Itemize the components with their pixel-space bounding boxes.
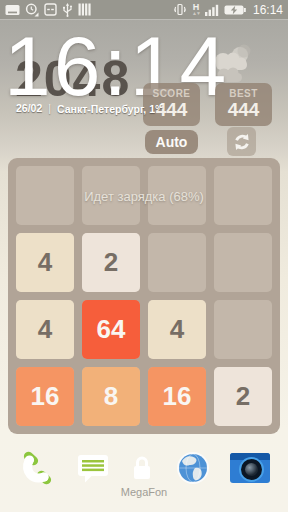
phone-icon[interactable] <box>18 449 56 487</box>
sync-icon <box>233 133 251 151</box>
battery-charging-icon <box>224 5 246 15</box>
board-cell: 8 <box>82 367 140 426</box>
divider: | <box>48 102 51 114</box>
signal-icon <box>205 4 219 16</box>
data-arrows-icon: ▲▼ <box>192 11 200 16</box>
date: 26/02 <box>16 102 42 114</box>
score-label: SCORE <box>152 88 190 99</box>
location-temp: Санкт-Петербург, 1°c <box>57 102 163 115</box>
refresh-button[interactable] <box>227 127 256 156</box>
best-label: BEST <box>229 88 258 99</box>
status-bar-notifications <box>5 3 91 17</box>
tile-2: 2 <box>214 367 272 426</box>
board-cell: 16 <box>16 367 74 426</box>
lock-screen: H ▲▼ 16:14 2048 16:14 <box>0 0 288 512</box>
tile-4: 4 <box>16 300 74 359</box>
date-location: 26/02 | Санкт-Петербург, 1°c <box>16 102 163 115</box>
status-bar: H ▲▼ 16:14 <box>0 0 288 20</box>
board-cell <box>214 233 272 292</box>
best-box: BEST 444 <box>215 83 272 126</box>
lock-icon[interactable] <box>129 454 155 482</box>
best-value: 444 <box>228 99 260 121</box>
status-bar-system: H ▲▼ 16:14 <box>173 3 283 17</box>
board-cell: 64 <box>82 300 140 359</box>
board-cell: 4 <box>16 300 74 359</box>
hspa-icon: H ▲▼ <box>192 3 200 16</box>
carrier-name: MegaFon <box>0 486 288 498</box>
status-time: 16:14 <box>253 3 283 17</box>
usb-icon <box>62 3 73 17</box>
tile-16: 16 <box>148 367 206 426</box>
board-cell: 2 <box>82 233 140 292</box>
browser-icon[interactable] <box>174 449 212 487</box>
board-cell: 2 <box>214 367 272 426</box>
alarm-clock-icon <box>25 3 39 17</box>
tile-4: 4 <box>16 233 74 292</box>
tile-64: 64 <box>82 300 140 359</box>
tile-4: 4 <box>148 300 206 359</box>
dock <box>0 446 288 490</box>
camera-icon[interactable] <box>230 453 270 483</box>
equalizer-icon <box>78 3 91 16</box>
tile-8: 8 <box>82 367 140 426</box>
auto-button[interactable]: Auto <box>145 130 198 154</box>
debug-icon <box>44 3 57 16</box>
board-cell <box>214 300 272 359</box>
messaging-icon[interactable] <box>75 451 111 485</box>
board-cell: 4 <box>16 233 74 292</box>
keyboard-icon <box>5 3 20 17</box>
board-cell <box>148 233 206 292</box>
camera-lens <box>239 457 264 482</box>
board-cell: 16 <box>148 367 206 426</box>
vibrate-icon <box>173 3 187 16</box>
tile-16: 16 <box>16 367 74 426</box>
board-cell: 4 <box>148 300 206 359</box>
charging-toast: Идет зарядка (68%) <box>0 189 288 204</box>
tile-2: 2 <box>82 233 140 292</box>
